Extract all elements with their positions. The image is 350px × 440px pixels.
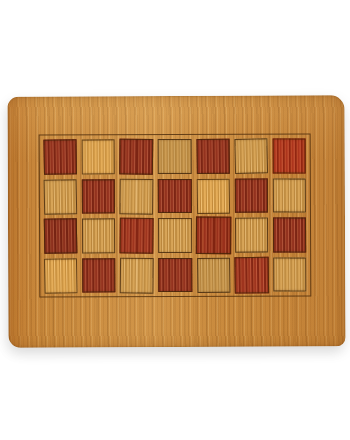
board-cell-r4c1-tan[interactable]: [44, 258, 78, 293]
board-cell-r3c2-tan[interactable]: [82, 218, 115, 253]
board-cell-r1c6-tan[interactable]: [234, 138, 268, 173]
rug: [7, 95, 345, 347]
board-cell-r2c3-tan[interactable]: [120, 178, 154, 214]
board-cell-r1c2-tan[interactable]: [82, 139, 115, 174]
board-cell-r4c3-tan[interactable]: [120, 257, 154, 293]
board-cell-r1c3-red[interactable]: [119, 139, 153, 175]
board-cell-r1c5-red[interactable]: [196, 139, 230, 174]
board-cell-r1c7-red[interactable]: [272, 138, 305, 173]
board-cell-r2c7-tan[interactable]: [273, 178, 306, 213]
board-cell-r2c5-tan[interactable]: [196, 178, 230, 213]
board-cell-r1c4-tan[interactable]: [158, 139, 191, 174]
board-cell-r4c6-red[interactable]: [234, 256, 269, 292]
board-cell-r3c5-red[interactable]: [195, 217, 231, 254]
board-cell-r3c3-red[interactable]: [120, 218, 154, 254]
board-cell-r2c1-tan[interactable]: [44, 179, 78, 214]
board-cell-r2c2-red[interactable]: [82, 179, 115, 214]
board-cell-r3c1-red[interactable]: [44, 218, 78, 253]
rug-photo: [0, 0, 350, 440]
board-cell-r3c6-tan[interactable]: [235, 218, 268, 253]
board-cell-r3c7-red[interactable]: [273, 217, 306, 252]
board-cell-r4c4-red[interactable]: [159, 257, 192, 292]
board-cell-r1c1-red[interactable]: [43, 139, 77, 174]
board-cell-r3c4-tan[interactable]: [158, 218, 191, 253]
board-cell-r2c6-red[interactable]: [235, 178, 268, 213]
board-cell-r4c2-red[interactable]: [82, 258, 115, 293]
board-cell-r4c5-tan[interactable]: [197, 257, 231, 292]
board-cell-r4c7-tan[interactable]: [273, 257, 306, 292]
checkerboard: [39, 133, 312, 297]
board-cell-r2c4-red[interactable]: [158, 178, 191, 213]
